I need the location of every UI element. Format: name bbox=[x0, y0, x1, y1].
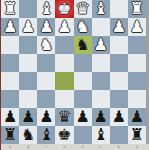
square-f3[interactable]: ♞ bbox=[37, 36, 55, 54]
square-f7[interactable]: ♟ bbox=[37, 108, 55, 126]
square-d8[interactable] bbox=[74, 126, 92, 144]
square-b3[interactable] bbox=[110, 36, 128, 54]
white-pawn[interactable]: ♟ bbox=[39, 18, 53, 36]
file-label-g: g bbox=[19, 144, 37, 150]
black-knight[interactable]: ♞ bbox=[21, 126, 35, 144]
square-a1[interactable]: ♜ bbox=[128, 0, 146, 18]
white-pawn[interactable]: ♟ bbox=[3, 18, 17, 36]
square-f8[interactable]: ♝ bbox=[37, 126, 55, 144]
square-d3[interactable]: ♞ bbox=[74, 36, 92, 54]
square-g5[interactable] bbox=[19, 72, 37, 90]
square-a7[interactable]: ♟ bbox=[128, 108, 146, 126]
file-label-f: f bbox=[37, 144, 55, 150]
square-f5[interactable] bbox=[37, 72, 55, 90]
square-b7[interactable]: ♟ bbox=[110, 108, 128, 126]
white-knight[interactable]: ♞ bbox=[75, 18, 89, 36]
black-pawn[interactable]: ♟ bbox=[94, 108, 108, 126]
square-g1[interactable] bbox=[19, 0, 37, 18]
file-label-a: a bbox=[128, 144, 146, 150]
white-pawn[interactable]: ♟ bbox=[21, 18, 35, 36]
square-e1[interactable]: ♚ bbox=[55, 0, 73, 18]
black-pawn[interactable]: ♟ bbox=[3, 108, 17, 126]
black-knight[interactable]: ♞ bbox=[75, 36, 89, 54]
square-h6[interactable] bbox=[1, 90, 19, 108]
square-c3[interactable]: ♟ bbox=[92, 36, 110, 54]
white-pawn[interactable]: ♟ bbox=[57, 18, 71, 36]
square-h8[interactable]: ♜ bbox=[1, 126, 19, 144]
black-pawn[interactable]: ♟ bbox=[75, 108, 89, 126]
black-pawn[interactable]: ♟ bbox=[130, 108, 144, 126]
black-pawn[interactable]: ♟ bbox=[39, 108, 53, 126]
black-bishop[interactable]: ♝ bbox=[39, 126, 53, 144]
square-h2[interactable]: ♟ bbox=[1, 18, 19, 36]
square-e6[interactable] bbox=[55, 90, 73, 108]
white-pawn[interactable]: ♟ bbox=[112, 18, 126, 36]
white-bishop[interactable]: ♝ bbox=[39, 0, 53, 18]
white-bishop[interactable]: ♝ bbox=[94, 0, 108, 18]
square-f4[interactable] bbox=[37, 54, 55, 72]
square-e4[interactable] bbox=[55, 54, 73, 72]
black-pawn[interactable]: ♟ bbox=[21, 108, 35, 126]
black-king[interactable]: ♚ bbox=[57, 126, 71, 144]
square-a3[interactable] bbox=[128, 36, 146, 54]
square-d1[interactable]: ♛ bbox=[74, 0, 92, 18]
square-c5[interactable] bbox=[92, 72, 110, 90]
black-rook[interactable]: ♜ bbox=[130, 126, 144, 144]
square-a6[interactable] bbox=[128, 90, 146, 108]
square-e8[interactable]: ♚ bbox=[55, 126, 73, 144]
square-f2[interactable]: ♟ bbox=[37, 18, 55, 36]
square-a5[interactable] bbox=[128, 72, 146, 90]
square-h5[interactable] bbox=[1, 72, 19, 90]
white-rook[interactable]: ♜ bbox=[3, 0, 17, 18]
file-label-d: d bbox=[74, 144, 92, 150]
square-c4[interactable] bbox=[92, 54, 110, 72]
square-c8[interactable]: ♝ bbox=[92, 126, 110, 144]
square-h1[interactable]: ♜ bbox=[1, 0, 19, 18]
white-knight[interactable]: ♞ bbox=[39, 36, 53, 54]
square-c2[interactable] bbox=[92, 18, 110, 36]
square-g4[interactable] bbox=[19, 54, 37, 72]
square-c7[interactable]: ♟ bbox=[92, 108, 110, 126]
chess-board-frame: ♜♝♚♛♝♜♟♟♟♟♞♟♟♞♞♟♟♟♟♛♟♟♟♟♜♞♝♚♝♜ hgfedcba bbox=[0, 0, 149, 150]
square-c1[interactable]: ♝ bbox=[92, 0, 110, 18]
window-edge-right bbox=[146, 0, 149, 144]
square-h7[interactable]: ♟ bbox=[1, 108, 19, 126]
square-f6[interactable] bbox=[37, 90, 55, 108]
square-d7[interactable]: ♟ bbox=[74, 108, 92, 126]
square-g7[interactable]: ♟ bbox=[19, 108, 37, 126]
file-label-e: e bbox=[55, 144, 73, 150]
square-h4[interactable] bbox=[1, 54, 19, 72]
square-d5[interactable] bbox=[74, 72, 92, 90]
square-e3[interactable] bbox=[55, 36, 73, 54]
square-g2[interactable]: ♟ bbox=[19, 18, 37, 36]
square-g8[interactable]: ♞ bbox=[19, 126, 37, 144]
square-a4[interactable] bbox=[128, 54, 146, 72]
file-label-h: h bbox=[1, 144, 19, 150]
white-rook[interactable]: ♜ bbox=[130, 0, 144, 18]
square-e7[interactable]: ♛ bbox=[55, 108, 73, 126]
square-g6[interactable] bbox=[19, 90, 37, 108]
square-b4[interactable] bbox=[110, 54, 128, 72]
white-pawn[interactable]: ♟ bbox=[130, 18, 144, 36]
square-d6[interactable] bbox=[74, 90, 92, 108]
square-e5[interactable] bbox=[55, 72, 73, 90]
white-pawn[interactable]: ♟ bbox=[94, 36, 108, 54]
square-b1[interactable] bbox=[110, 0, 128, 18]
black-queen[interactable]: ♛ bbox=[57, 108, 71, 126]
black-bishop[interactable]: ♝ bbox=[94, 126, 108, 144]
square-g3[interactable] bbox=[19, 36, 37, 54]
square-d4[interactable] bbox=[74, 54, 92, 72]
black-rook[interactable]: ♜ bbox=[3, 126, 17, 144]
square-a8[interactable]: ♜ bbox=[128, 126, 146, 144]
square-d2[interactable]: ♞ bbox=[74, 18, 92, 36]
square-f1[interactable]: ♝ bbox=[37, 0, 55, 18]
square-h3[interactable] bbox=[1, 36, 19, 54]
file-label-b: b bbox=[110, 144, 128, 150]
square-b6[interactable] bbox=[110, 90, 128, 108]
square-a2[interactable]: ♟ bbox=[128, 18, 146, 36]
square-b2[interactable]: ♟ bbox=[110, 18, 128, 36]
file-label-c: c bbox=[92, 144, 110, 150]
white-king[interactable]: ♚ bbox=[57, 0, 71, 18]
square-b5[interactable] bbox=[110, 72, 128, 90]
file-coordinates: hgfedcba bbox=[1, 144, 146, 150]
white-queen[interactable]: ♛ bbox=[75, 0, 89, 18]
black-pawn[interactable]: ♟ bbox=[112, 108, 126, 126]
square-e2[interactable]: ♟ bbox=[55, 18, 73, 36]
chess-board[interactable]: ♜♝♚♛♝♜♟♟♟♟♞♟♟♞♞♟♟♟♟♛♟♟♟♟♜♞♝♚♝♜ bbox=[1, 0, 146, 144]
square-c6[interactable] bbox=[92, 90, 110, 108]
square-b8[interactable] bbox=[110, 126, 128, 144]
